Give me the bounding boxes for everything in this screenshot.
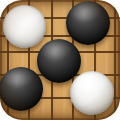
black-stone <box>0 67 43 111</box>
black-stone <box>37 39 81 83</box>
go-app-icon[interactable] <box>0 0 120 120</box>
go-board <box>0 0 120 120</box>
black-stone <box>66 1 110 45</box>
white-stone <box>3 5 46 48</box>
white-stone <box>70 71 114 115</box>
